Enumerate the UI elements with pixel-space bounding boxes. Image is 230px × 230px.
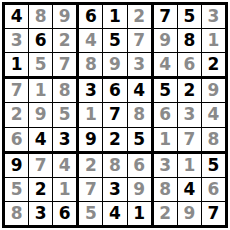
sudoku-cell-r3c5[interactable]: 9: [103, 53, 126, 76]
sudoku-box-r1c1: 489362157: [5, 5, 76, 76]
sudoku-cell-r4c5[interactable]: 6: [103, 79, 126, 102]
sudoku-cell-r7c3[interactable]: 4: [53, 154, 76, 177]
sudoku-cell-r3c4[interactable]: 8: [79, 53, 102, 76]
sudoku-cell-r5c4[interactable]: 1: [79, 103, 102, 126]
sudoku-cell-r2c7[interactable]: 9: [154, 29, 177, 52]
sudoku-cell-r4c3[interactable]: 8: [53, 79, 76, 102]
sudoku-cell-r6c2[interactable]: 4: [29, 128, 52, 151]
sudoku-cell-r9c2[interactable]: 3: [29, 202, 52, 225]
sudoku-cell-r9c3[interactable]: 6: [53, 202, 76, 225]
sudoku-cell-r7c1[interactable]: 9: [5, 154, 28, 177]
sudoku-box-r3c3: 315846297: [154, 154, 225, 225]
sudoku-cell-r3c8[interactable]: 6: [178, 53, 201, 76]
sudoku-cell-r7c5[interactable]: 8: [103, 154, 126, 177]
sudoku-cell-r1c5[interactable]: 1: [103, 5, 126, 28]
sudoku-cell-r7c4[interactable]: 2: [79, 154, 102, 177]
sudoku-cell-r4c2[interactable]: 1: [29, 79, 52, 102]
sudoku-cell-r5c2[interactable]: 9: [29, 103, 52, 126]
sudoku-cell-r9c9[interactable]: 7: [202, 202, 225, 225]
sudoku-cell-r1c9[interactable]: 3: [202, 5, 225, 28]
sudoku-cell-r1c7[interactable]: 7: [154, 5, 177, 28]
sudoku-cell-r7c7[interactable]: 3: [154, 154, 177, 177]
sudoku-cell-r2c3[interactable]: 2: [53, 29, 76, 52]
sudoku-cell-r5c7[interactable]: 6: [154, 103, 177, 126]
sudoku-cell-r1c2[interactable]: 8: [29, 5, 52, 28]
sudoku-cell-r6c3[interactable]: 3: [53, 128, 76, 151]
sudoku-cell-r4c8[interactable]: 2: [178, 79, 201, 102]
sudoku-cell-r9c6[interactable]: 1: [128, 202, 151, 225]
sudoku-cell-r1c4[interactable]: 6: [79, 5, 102, 28]
sudoku-cell-r4c7[interactable]: 5: [154, 79, 177, 102]
sudoku-cell-r5c9[interactable]: 4: [202, 103, 225, 126]
sudoku-cell-r8c8[interactable]: 4: [178, 178, 201, 201]
sudoku-cell-r4c4[interactable]: 3: [79, 79, 102, 102]
sudoku-cell-r1c3[interactable]: 9: [53, 5, 76, 28]
sudoku-board: 4893621576124578937539814627182956433641…: [2, 2, 228, 228]
sudoku-cell-r3c7[interactable]: 4: [154, 53, 177, 76]
sudoku-cell-r9c7[interactable]: 2: [154, 202, 177, 225]
sudoku-cell-r6c1[interactable]: 6: [5, 128, 28, 151]
sudoku-cell-r9c1[interactable]: 8: [5, 202, 28, 225]
sudoku-box-r3c1: 974521836: [5, 154, 76, 225]
sudoku-cell-r1c6[interactable]: 2: [128, 5, 151, 28]
sudoku-cell-r2c9[interactable]: 1: [202, 29, 225, 52]
sudoku-cell-r3c2[interactable]: 5: [29, 53, 52, 76]
sudoku-cell-r6c7[interactable]: 1: [154, 128, 177, 151]
sudoku-box-r3c2: 286739541: [79, 154, 150, 225]
sudoku-cell-r6c8[interactable]: 7: [178, 128, 201, 151]
sudoku-cell-r9c8[interactable]: 9: [178, 202, 201, 225]
sudoku-cell-r9c4[interactable]: 5: [79, 202, 102, 225]
sudoku-frame: 4893621576124578937539814627182956433641…: [0, 0, 230, 230]
sudoku-cell-r5c3[interactable]: 5: [53, 103, 76, 126]
sudoku-cell-r8c6[interactable]: 9: [128, 178, 151, 201]
sudoku-cell-r8c9[interactable]: 6: [202, 178, 225, 201]
sudoku-cell-r2c1[interactable]: 3: [5, 29, 28, 52]
sudoku-cell-r2c2[interactable]: 6: [29, 29, 52, 52]
sudoku-cell-r1c8[interactable]: 5: [178, 5, 201, 28]
sudoku-cell-r4c1[interactable]: 7: [5, 79, 28, 102]
sudoku-cell-r6c6[interactable]: 5: [128, 128, 151, 151]
sudoku-cell-r3c6[interactable]: 3: [128, 53, 151, 76]
sudoku-cell-r7c8[interactable]: 1: [178, 154, 201, 177]
sudoku-box-r2c2: 364178925: [79, 79, 150, 150]
sudoku-box-r1c3: 753981462: [154, 5, 225, 76]
sudoku-cell-r6c5[interactable]: 2: [103, 128, 126, 151]
sudoku-cell-r8c5[interactable]: 3: [103, 178, 126, 201]
sudoku-cell-r4c9[interactable]: 9: [202, 79, 225, 102]
sudoku-cell-r8c4[interactable]: 7: [79, 178, 102, 201]
sudoku-cell-r2c6[interactable]: 7: [128, 29, 151, 52]
sudoku-cell-r4c6[interactable]: 4: [128, 79, 151, 102]
sudoku-cell-r8c1[interactable]: 5: [5, 178, 28, 201]
sudoku-cell-r7c2[interactable]: 7: [29, 154, 52, 177]
sudoku-cell-r5c5[interactable]: 7: [103, 103, 126, 126]
sudoku-cell-r2c4[interactable]: 4: [79, 29, 102, 52]
sudoku-cell-r5c6[interactable]: 8: [128, 103, 151, 126]
sudoku-cell-r6c4[interactable]: 9: [79, 128, 102, 151]
sudoku-cell-r7c9[interactable]: 5: [202, 154, 225, 177]
sudoku-box-r2c3: 529634178: [154, 79, 225, 150]
sudoku-cell-r8c2[interactable]: 2: [29, 178, 52, 201]
sudoku-cell-r1c1[interactable]: 4: [5, 5, 28, 28]
sudoku-cell-r3c9[interactable]: 2: [202, 53, 225, 76]
sudoku-cell-r5c1[interactable]: 2: [5, 103, 28, 126]
sudoku-cell-r7c6[interactable]: 6: [128, 154, 151, 177]
sudoku-box-r2c1: 718295643: [5, 79, 76, 150]
sudoku-cell-r8c3[interactable]: 1: [53, 178, 76, 201]
sudoku-cell-r8c7[interactable]: 8: [154, 178, 177, 201]
sudoku-cell-r9c5[interactable]: 4: [103, 202, 126, 225]
sudoku-cell-r2c8[interactable]: 8: [178, 29, 201, 52]
sudoku-cell-r3c1[interactable]: 1: [5, 53, 28, 76]
sudoku-box-r1c2: 612457893: [79, 5, 150, 76]
sudoku-cell-r6c9[interactable]: 8: [202, 128, 225, 151]
sudoku-cell-r2c5[interactable]: 5: [103, 29, 126, 52]
sudoku-cell-r3c3[interactable]: 7: [53, 53, 76, 76]
sudoku-cell-r5c8[interactable]: 3: [178, 103, 201, 126]
